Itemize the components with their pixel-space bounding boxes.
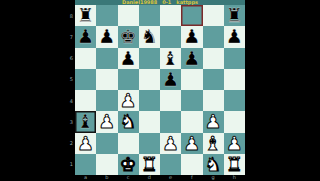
square-c6[interactable]: ♟: [118, 48, 139, 69]
square-h2[interactable]: ♟: [224, 133, 245, 154]
app-window: Daniel19988 0-1 kattpps 87654321 ♜♜♟♟♚♞♟…: [0, 0, 320, 180]
rank-label-6: 6: [62, 48, 73, 69]
square-c5[interactable]: [118, 69, 139, 90]
square-f3[interactable]: [181, 111, 202, 132]
square-e6[interactable]: ♝: [160, 48, 181, 69]
square-c3[interactable]: ♞: [118, 111, 139, 132]
piece-black-pawn[interactable]: ♟: [183, 48, 200, 69]
square-b5[interactable]: [96, 69, 117, 90]
square-d8[interactable]: [139, 5, 160, 26]
rank-label-5: 5: [62, 69, 73, 90]
square-b1[interactable]: [96, 154, 117, 175]
piece-black-pawn[interactable]: ♟: [120, 48, 137, 69]
piece-white-rook[interactable]: ♜: [226, 154, 243, 175]
chess-board: ♜♜♟♟♚♞♟♟♟♝♟♟♟♝♟♞♟♟♟♟♝♟♚♜♞♜: [75, 5, 245, 175]
square-e3[interactable]: [160, 111, 181, 132]
square-a2[interactable]: ♟: [75, 133, 96, 154]
square-a1[interactable]: [75, 154, 96, 175]
piece-white-pawn[interactable]: ♟: [183, 133, 200, 154]
square-f1[interactable]: [181, 154, 202, 175]
rank-label-2: 2: [62, 133, 73, 154]
file-label-h: h: [224, 175, 245, 181]
rank-label-3: 3: [62, 111, 73, 132]
square-a6[interactable]: [75, 48, 96, 69]
piece-black-rook[interactable]: ♜: [226, 5, 243, 26]
square-g8[interactable]: [203, 5, 224, 26]
piece-black-pawn[interactable]: ♟: [98, 26, 115, 47]
file-label-f: f: [181, 175, 202, 181]
file-label-e: e: [160, 175, 181, 181]
square-f7[interactable]: ♟: [181, 26, 202, 47]
square-c4[interactable]: ♟: [118, 90, 139, 111]
square-h3[interactable]: [224, 111, 245, 132]
file-label-g: g: [203, 175, 224, 181]
square-e8[interactable]: [160, 5, 181, 26]
file-label-a: a: [75, 175, 96, 181]
piece-white-knight[interactable]: ♞: [120, 111, 137, 132]
square-d4[interactable]: [139, 90, 160, 111]
square-b8[interactable]: [96, 5, 117, 26]
square-h8[interactable]: ♜: [224, 5, 245, 26]
square-g4[interactable]: [203, 90, 224, 111]
piece-black-bishop[interactable]: ♝: [77, 111, 94, 132]
square-g2[interactable]: ♝: [203, 133, 224, 154]
rank-label-7: 7: [62, 26, 73, 47]
piece-black-king[interactable]: ♚: [120, 26, 137, 47]
file-label-d: d: [139, 175, 160, 181]
piece-black-pawn[interactable]: ♟: [183, 26, 200, 47]
square-a7[interactable]: ♟: [75, 26, 96, 47]
square-d1[interactable]: ♜: [139, 154, 160, 175]
square-h1[interactable]: ♜: [224, 154, 245, 175]
piece-black-pawn[interactable]: ♟: [226, 26, 243, 47]
rank-label-8: 8: [62, 5, 73, 26]
piece-black-pawn[interactable]: ♟: [77, 26, 94, 47]
square-d7[interactable]: ♞: [139, 26, 160, 47]
square-b3[interactable]: ♟: [96, 111, 117, 132]
square-e5[interactable]: ♟: [160, 69, 181, 90]
square-h6[interactable]: [224, 48, 245, 69]
piece-white-pawn[interactable]: ♟: [77, 133, 94, 154]
piece-black-bishop[interactable]: ♝: [162, 48, 179, 69]
square-c7[interactable]: ♚: [118, 26, 139, 47]
piece-white-rook[interactable]: ♜: [141, 154, 158, 175]
square-a4[interactable]: [75, 90, 96, 111]
piece-white-pawn[interactable]: ♟: [226, 133, 243, 154]
square-h4[interactable]: [224, 90, 245, 111]
piece-black-knight[interactable]: ♞: [141, 26, 158, 47]
file-coordinates: abcdefgh: [75, 175, 245, 181]
square-c1[interactable]: ♚: [118, 154, 139, 175]
square-e1[interactable]: [160, 154, 181, 175]
piece-black-pawn[interactable]: ♟: [162, 69, 179, 90]
square-b2[interactable]: [96, 133, 117, 154]
square-c8[interactable]: [118, 5, 139, 26]
square-h5[interactable]: [224, 69, 245, 90]
square-f4[interactable]: [181, 90, 202, 111]
square-d2[interactable]: [139, 133, 160, 154]
square-b7[interactable]: ♟: [96, 26, 117, 47]
piece-white-pawn[interactable]: ♟: [120, 90, 137, 111]
rank-label-4: 4: [62, 90, 73, 111]
square-e2[interactable]: ♟: [160, 133, 181, 154]
piece-white-knight[interactable]: ♞: [205, 154, 222, 175]
square-a5[interactable]: [75, 69, 96, 90]
square-g6[interactable]: [203, 48, 224, 69]
square-g5[interactable]: [203, 69, 224, 90]
square-c2[interactable]: [118, 133, 139, 154]
rank-coordinates: 87654321: [62, 5, 73, 175]
piece-white-pawn[interactable]: ♟: [162, 133, 179, 154]
square-g7[interactable]: [203, 26, 224, 47]
rank-label-1: 1: [62, 154, 73, 175]
file-label-c: c: [118, 175, 139, 181]
square-d6[interactable]: [139, 48, 160, 69]
piece-white-pawn[interactable]: ♟: [98, 111, 115, 132]
piece-white-bishop[interactable]: ♝: [205, 133, 222, 154]
square-d3[interactable]: [139, 111, 160, 132]
square-e4[interactable]: [160, 90, 181, 111]
square-b6[interactable]: [96, 48, 117, 69]
square-h7[interactable]: ♟: [224, 26, 245, 47]
square-f5[interactable]: [181, 69, 202, 90]
square-g1[interactable]: ♞: [203, 154, 224, 175]
piece-black-rook[interactable]: ♜: [77, 5, 94, 26]
square-g3[interactable]: ♟: [203, 111, 224, 132]
square-d5[interactable]: [139, 69, 160, 90]
square-a8[interactable]: ♜: [75, 5, 96, 26]
piece-white-pawn[interactable]: ♟: [205, 111, 222, 132]
square-b4[interactable]: [96, 90, 117, 111]
square-e7[interactable]: [160, 26, 181, 47]
piece-white-king[interactable]: ♚: [120, 154, 137, 175]
square-f6[interactable]: ♟: [181, 48, 202, 69]
square-a3[interactable]: ♝: [75, 111, 96, 132]
square-f2[interactable]: ♟: [181, 133, 202, 154]
square-f8[interactable]: [181, 5, 202, 26]
file-label-b: b: [96, 175, 117, 181]
